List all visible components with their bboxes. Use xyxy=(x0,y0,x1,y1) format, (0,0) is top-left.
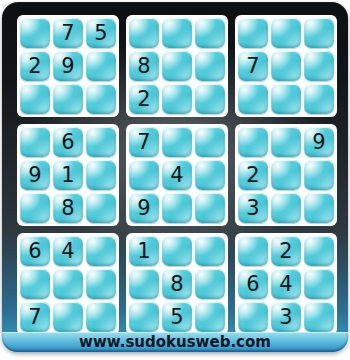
cell-r3c9[interactable] xyxy=(304,84,334,114)
cell-r6c5[interactable] xyxy=(162,193,192,223)
cell-r8c4[interactable] xyxy=(129,269,159,299)
cell-r9c5[interactable]: 5 xyxy=(162,302,192,332)
cell-r8c8[interactable]: 4 xyxy=(271,269,301,299)
cell-r9c9[interactable] xyxy=(304,302,334,332)
cell-r7c3[interactable] xyxy=(86,236,116,266)
cell-r2c9[interactable] xyxy=(304,51,334,81)
given-digit: 3 xyxy=(279,307,292,328)
given-digit: 7 xyxy=(61,23,74,44)
cell-r7c7[interactable] xyxy=(238,236,268,266)
cell-r1c2[interactable]: 7 xyxy=(53,18,83,48)
given-digit: 7 xyxy=(137,132,150,153)
cell-r4c3[interactable] xyxy=(86,127,116,157)
given-digit: 5 xyxy=(94,23,107,44)
given-digit: 6 xyxy=(61,132,74,153)
given-digit: 3 xyxy=(246,198,259,219)
given-digit: 2 xyxy=(279,241,292,262)
cell-r4c5[interactable] xyxy=(162,127,192,157)
cell-r7c9[interactable] xyxy=(304,236,334,266)
cell-r8c6[interactable] xyxy=(195,269,225,299)
cell-r5c4[interactable] xyxy=(129,160,159,190)
given-digit: 2 xyxy=(137,89,150,110)
cell-r5c6[interactable] xyxy=(195,160,225,190)
given-digit: 5 xyxy=(170,307,183,328)
cell-r7c8[interactable]: 2 xyxy=(271,236,301,266)
cell-r5c9[interactable] xyxy=(304,160,334,190)
cell-r3c7[interactable] xyxy=(238,84,268,114)
cell-r7c5[interactable] xyxy=(162,236,192,266)
cell-r2c7[interactable]: 7 xyxy=(238,51,268,81)
cell-r4c9[interactable]: 9 xyxy=(304,127,334,157)
given-digit: 9 xyxy=(137,198,150,219)
cell-r4c1[interactable] xyxy=(20,127,50,157)
cell-r9c7[interactable] xyxy=(238,302,268,332)
cell-r6c2[interactable]: 8 xyxy=(53,193,83,223)
cell-r9c8[interactable]: 3 xyxy=(271,302,301,332)
given-digit: 4 xyxy=(170,165,183,186)
cell-r8c5[interactable]: 8 xyxy=(162,269,192,299)
cell-r5c1[interactable]: 9 xyxy=(20,160,50,190)
cell-r1c4[interactable] xyxy=(129,18,159,48)
cell-r8c3[interactable] xyxy=(86,269,116,299)
cell-r1c9[interactable] xyxy=(304,18,334,48)
cell-r3c1[interactable] xyxy=(20,84,50,114)
cell-r3c6[interactable] xyxy=(195,84,225,114)
cell-r6c8[interactable] xyxy=(271,193,301,223)
cell-r7c6[interactable] xyxy=(195,236,225,266)
given-digit: 8 xyxy=(137,56,150,77)
cell-r1c7[interactable] xyxy=(238,18,268,48)
cell-r7c1[interactable]: 6 xyxy=(20,236,50,266)
given-digit: 4 xyxy=(279,274,292,295)
cell-r8c1[interactable] xyxy=(20,269,50,299)
cell-r4c6[interactable] xyxy=(195,127,225,157)
given-digit: 9 xyxy=(28,165,41,186)
cell-r9c2[interactable] xyxy=(53,302,83,332)
cell-r7c4[interactable]: 1 xyxy=(129,236,159,266)
cell-r3c2[interactable] xyxy=(53,84,83,114)
given-digit: 9 xyxy=(312,132,325,153)
given-digit: 1 xyxy=(61,165,74,186)
cell-r5c5[interactable]: 4 xyxy=(162,160,192,190)
given-digit: 4 xyxy=(61,241,74,262)
cell-r9c1[interactable]: 7 xyxy=(20,302,50,332)
cell-r3c5[interactable] xyxy=(162,84,192,114)
given-digit: 7 xyxy=(28,307,41,328)
cell-r8c2[interactable] xyxy=(53,269,83,299)
given-digit: 2 xyxy=(28,56,41,77)
cell-r3c4[interactable]: 2 xyxy=(129,84,159,114)
given-digit: 7 xyxy=(246,56,259,77)
cell-r8c9[interactable] xyxy=(304,269,334,299)
cell-r2c1[interactable]: 2 xyxy=(20,51,50,81)
given-digit: 8 xyxy=(170,274,183,295)
cell-r3c3[interactable] xyxy=(86,84,116,114)
block-8: 185 xyxy=(126,233,228,335)
cell-r1c8[interactable] xyxy=(271,18,301,48)
cell-r2c4[interactable]: 8 xyxy=(129,51,159,81)
block-9: 2643 xyxy=(235,233,337,335)
cell-r6c3[interactable] xyxy=(86,193,116,223)
cell-r4c2[interactable]: 6 xyxy=(53,127,83,157)
cell-r1c5[interactable] xyxy=(162,18,192,48)
block-4: 6918 xyxy=(17,124,119,226)
cell-r4c8[interactable] xyxy=(271,127,301,157)
given-digit: 8 xyxy=(61,198,74,219)
cell-r9c6[interactable] xyxy=(195,302,225,332)
cell-r6c7[interactable]: 3 xyxy=(238,193,268,223)
website-link[interactable]: www.sudokusweb.com xyxy=(79,333,271,351)
cell-r1c3[interactable]: 5 xyxy=(86,18,116,48)
given-digit: 6 xyxy=(28,241,41,262)
cell-r5c3[interactable] xyxy=(86,160,116,190)
cell-r2c3[interactable] xyxy=(86,51,116,81)
cell-r4c4[interactable]: 7 xyxy=(129,127,159,157)
cell-r6c6[interactable] xyxy=(195,193,225,223)
cell-r9c3[interactable] xyxy=(86,302,116,332)
cell-r6c4[interactable]: 9 xyxy=(129,193,159,223)
block-7: 647 xyxy=(17,233,119,335)
cell-r2c8[interactable] xyxy=(271,51,301,81)
block-3: 7 xyxy=(235,15,337,117)
cell-r6c9[interactable] xyxy=(304,193,334,223)
given-digit: 6 xyxy=(246,274,259,295)
footer-bar: www.sudokusweb.com xyxy=(2,332,348,352)
given-digit: 9 xyxy=(61,56,74,77)
cell-r1c1[interactable] xyxy=(20,18,50,48)
given-digit: 1 xyxy=(137,241,150,262)
cell-r9c4[interactable] xyxy=(129,302,159,332)
cell-r5c7[interactable]: 2 xyxy=(238,160,268,190)
cell-r4c7[interactable] xyxy=(238,127,268,157)
cell-r5c2[interactable]: 1 xyxy=(53,160,83,190)
cell-r2c2[interactable]: 9 xyxy=(53,51,83,81)
cell-r3c8[interactable] xyxy=(271,84,301,114)
sudoku-board: 752982769187499236471852643 xyxy=(17,15,337,335)
cell-r1c6[interactable] xyxy=(195,18,225,48)
cell-r2c6[interactable] xyxy=(195,51,225,81)
given-digit: 2 xyxy=(246,165,259,186)
block-6: 923 xyxy=(235,124,337,226)
sudoku-plaque: 752982769187499236471852643 www.sudokusw… xyxy=(2,2,348,352)
block-1: 7529 xyxy=(17,15,119,117)
cell-r5c8[interactable] xyxy=(271,160,301,190)
block-2: 82 xyxy=(126,15,228,117)
cell-r6c1[interactable] xyxy=(20,193,50,223)
cell-r2c5[interactable] xyxy=(162,51,192,81)
cell-r8c7[interactable]: 6 xyxy=(238,269,268,299)
cell-r7c2[interactable]: 4 xyxy=(53,236,83,266)
block-5: 749 xyxy=(126,124,228,226)
